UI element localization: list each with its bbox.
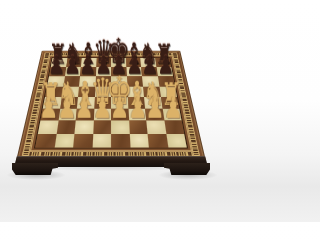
inlay-border-bottom xyxy=(22,151,201,156)
piece-white-pawn-f3[interactable]: ♟ xyxy=(128,93,147,122)
square-c1[interactable] xyxy=(73,134,93,148)
piece-white-pawn-c3[interactable]: ♟ xyxy=(75,93,94,122)
square-e3[interactable]: ♟ xyxy=(111,108,129,120)
square-d1[interactable] xyxy=(92,134,111,148)
square-c2[interactable] xyxy=(74,121,93,134)
piece-white-pawn-b3[interactable]: ♟ xyxy=(57,93,76,122)
piece-white-pawn-h3[interactable]: ♟ xyxy=(163,93,182,122)
square-e2[interactable] xyxy=(111,121,129,134)
square-f3[interactable]: ♟ xyxy=(128,108,146,120)
square-b2[interactable] xyxy=(56,121,76,134)
chess-board: ♜♞♝♛♚♝♞♜♟♟♟♟♟♟♟♟♜♞♝♛♚♝♞♜♟♟♟♟♟♟♟♟ xyxy=(16,51,206,161)
square-a2[interactable] xyxy=(38,121,58,134)
square-h3[interactable]: ♟ xyxy=(162,108,181,120)
square-g1[interactable] xyxy=(148,134,168,148)
chess-set-photo: ♜♞♝♛♚♝♞♜♟♟♟♟♟♟♟♟♜♞♝♛♚♝♞♜♟♟♟♟♟♟♟♟ xyxy=(0,0,222,222)
piece-black-pawn-h7[interactable]: ♟ xyxy=(157,52,174,77)
square-b1[interactable] xyxy=(54,134,74,148)
foot-shadow-left xyxy=(6,170,66,180)
foot-shadow-right xyxy=(158,170,218,180)
square-f1[interactable] xyxy=(129,134,149,148)
piece-black-pawn-a7[interactable]: ♟ xyxy=(48,52,65,77)
square-g2[interactable] xyxy=(146,121,166,134)
square-d2[interactable] xyxy=(93,121,111,134)
square-c3[interactable]: ♟ xyxy=(76,108,94,120)
piece-white-pawn-g3[interactable]: ♟ xyxy=(146,93,165,122)
square-g3[interactable]: ♟ xyxy=(145,108,164,120)
square-a1[interactable] xyxy=(35,134,56,148)
square-f2[interactable] xyxy=(129,121,148,134)
playing-area: ♜♞♝♛♚♝♞♜♟♟♟♟♟♟♟♟♜♞♝♛♚♝♞♜♟♟♟♟♟♟♟♟ xyxy=(34,57,188,148)
piece-white-pawn-e3[interactable]: ♟ xyxy=(110,93,129,122)
square-e1[interactable] xyxy=(111,134,130,148)
square-h2[interactable] xyxy=(164,121,184,134)
square-d3[interactable]: ♟ xyxy=(93,108,111,120)
piece-white-pawn-a3[interactable]: ♟ xyxy=(39,93,58,122)
piece-white-pawn-d3[interactable]: ♟ xyxy=(93,93,112,122)
square-h1[interactable] xyxy=(166,134,187,148)
